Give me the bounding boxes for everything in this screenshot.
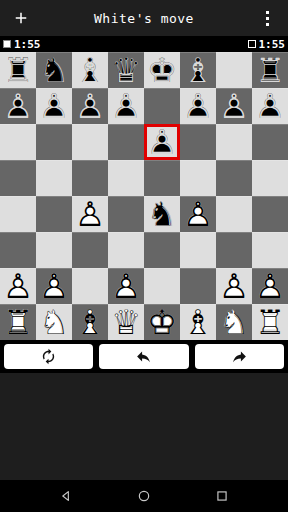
black-clock: 1:55: [248, 38, 286, 51]
control-bar: [0, 340, 288, 373]
black-bishop-piece: ♝♗: [180, 52, 216, 88]
square-a4[interactable]: [0, 196, 36, 232]
nav-home-button[interactable]: [137, 489, 151, 503]
black-pawn-piece: ♟♙: [36, 88, 72, 124]
square-b6[interactable]: [36, 124, 72, 160]
white-clock-time: 1:55: [14, 38, 41, 51]
black-bishop-piece: ♝♗: [72, 52, 108, 88]
square-g2[interactable]: ♟♙: [216, 268, 252, 304]
square-f6[interactable]: [180, 124, 216, 160]
black-pawn-piece: ♟♙: [0, 88, 36, 124]
back-triangle-icon: [59, 489, 73, 503]
black-pawn-piece: ♟♙: [72, 88, 108, 124]
square-h3[interactable]: [252, 232, 288, 268]
square-d1[interactable]: ♛♕: [108, 304, 144, 340]
square-h6[interactable]: [252, 124, 288, 160]
flip-board-button[interactable]: [4, 344, 93, 369]
page-title: White's move: [0, 11, 288, 26]
plus-icon: [12, 9, 30, 27]
black-pawn-piece: ♟♙: [252, 88, 288, 124]
square-h8[interactable]: ♜♖: [252, 52, 288, 88]
square-c5[interactable]: [72, 160, 108, 196]
white-queen-piece: ♛♕: [108, 304, 144, 340]
black-pawn-piece: ♟♙: [144, 124, 180, 160]
square-d6[interactable]: [108, 124, 144, 160]
black-pawn-piece: ♟♙: [216, 88, 252, 124]
square-h2[interactable]: ♟♙: [252, 268, 288, 304]
overflow-menu-icon: [266, 11, 269, 14]
square-g5[interactable]: [216, 160, 252, 196]
square-g1[interactable]: ♞♘: [216, 304, 252, 340]
square-e4[interactable]: ♞♘: [144, 196, 180, 232]
square-e5[interactable]: [144, 160, 180, 196]
square-d7[interactable]: ♟♙: [108, 88, 144, 124]
square-g6[interactable]: [216, 124, 252, 160]
white-bishop-piece: ♝♗: [72, 304, 108, 340]
black-rook-piece: ♜♖: [0, 52, 36, 88]
chess-board: ♜♖♞♘♝♗♛♕♚♔♝♗♜♖♟♙♟♙♟♙♟♙♟♙♟♙♟♙♟♙♟♙♞♘♟♙♟♙♟♙…: [0, 52, 288, 340]
android-nav-bar: [0, 480, 288, 512]
square-a8[interactable]: ♜♖: [0, 52, 36, 88]
square-f8[interactable]: ♝♗: [180, 52, 216, 88]
square-c1[interactable]: ♝♗: [72, 304, 108, 340]
white-pawn-piece: ♟♙: [0, 268, 36, 304]
white-pawn-piece: ♟♙: [108, 268, 144, 304]
black-clock-time: 1:55: [259, 38, 286, 51]
black-queen-piece: ♛♕: [108, 52, 144, 88]
recents-square-icon: [215, 489, 229, 503]
square-c3[interactable]: [72, 232, 108, 268]
square-e6[interactable]: ♟♙: [144, 124, 180, 160]
white-knight-piece: ♞♘: [36, 304, 72, 340]
white-rook-piece: ♜♖: [252, 304, 288, 340]
white-knight-piece: ♞♘: [216, 304, 252, 340]
white-pawn-piece: ♟♙: [36, 268, 72, 304]
square-e1[interactable]: ♚♔: [144, 304, 180, 340]
square-e8[interactable]: ♚♔: [144, 52, 180, 88]
nav-back-button[interactable]: [59, 489, 73, 503]
overflow-menu-button[interactable]: [256, 11, 278, 26]
square-g8[interactable]: [216, 52, 252, 88]
square-a7[interactable]: ♟♙: [0, 88, 36, 124]
square-f3[interactable]: [180, 232, 216, 268]
square-d2[interactable]: ♟♙: [108, 268, 144, 304]
square-b4[interactable]: [36, 196, 72, 232]
square-d5[interactable]: [108, 160, 144, 196]
square-f7[interactable]: ♟♙: [180, 88, 216, 124]
square-f2[interactable]: [180, 268, 216, 304]
redo-move-button[interactable]: [195, 344, 284, 369]
black-king-piece: ♚♔: [144, 52, 180, 88]
square-a3[interactable]: [0, 232, 36, 268]
redo-icon: [231, 348, 248, 365]
undo-icon: [135, 348, 152, 365]
square-c7[interactable]: ♟♙: [72, 88, 108, 124]
square-c4[interactable]: ♟♙: [72, 196, 108, 232]
nav-recents-button[interactable]: [215, 489, 229, 503]
black-rook-piece: ♜♖: [252, 52, 288, 88]
square-e2[interactable]: [144, 268, 180, 304]
black-knight-piece: ♞♘: [36, 52, 72, 88]
square-e7[interactable]: [144, 88, 180, 124]
square-d4[interactable]: [108, 196, 144, 232]
white-rook-piece: ♜♖: [0, 304, 36, 340]
new-game-button[interactable]: [10, 7, 32, 29]
black-pawn-piece: ♟♙: [108, 88, 144, 124]
app-bar: White's move: [0, 0, 288, 36]
white-pawn-piece: ♟♙: [216, 268, 252, 304]
square-a1[interactable]: ♜♖: [0, 304, 36, 340]
white-pawn-piece: ♟♙: [252, 268, 288, 304]
home-circle-icon: [137, 489, 151, 503]
square-b3[interactable]: [36, 232, 72, 268]
white-player-indicator-icon: [3, 40, 11, 48]
square-f5[interactable]: [180, 160, 216, 196]
white-king-piece: ♚♔: [144, 304, 180, 340]
white-pawn-piece: ♟♙: [72, 196, 108, 232]
square-h5[interactable]: [252, 160, 288, 196]
square-g7[interactable]: ♟♙: [216, 88, 252, 124]
square-c8[interactable]: ♝♗: [72, 52, 108, 88]
square-h4[interactable]: [252, 196, 288, 232]
square-a6[interactable]: [0, 124, 36, 160]
square-c6[interactable]: [72, 124, 108, 160]
square-d3[interactable]: [108, 232, 144, 268]
square-b8[interactable]: ♞♘: [36, 52, 72, 88]
black-knight-piece: ♞♘: [144, 196, 180, 232]
white-bishop-piece: ♝♗: [180, 304, 216, 340]
square-g4[interactable]: [216, 196, 252, 232]
square-d8[interactable]: ♛♕: [108, 52, 144, 88]
square-c2[interactable]: [72, 268, 108, 304]
square-e3[interactable]: [144, 232, 180, 268]
square-b7[interactable]: ♟♙: [36, 88, 72, 124]
square-b1[interactable]: ♞♘: [36, 304, 72, 340]
square-b2[interactable]: ♟♙: [36, 268, 72, 304]
app-background: [0, 373, 288, 480]
white-pawn-piece: ♟♙: [180, 196, 216, 232]
sync-icon: [40, 348, 57, 365]
chess-app-screen: White's move 1:55 1:55 ♜♖♞♘♝♗♛♕♚♔♝♗♜♖♟♙♟…: [0, 0, 288, 512]
square-h1[interactable]: ♜♖: [252, 304, 288, 340]
square-f1[interactable]: ♝♗: [180, 304, 216, 340]
square-h7[interactable]: ♟♙: [252, 88, 288, 124]
black-player-indicator-icon: [248, 40, 256, 48]
square-b5[interactable]: [36, 160, 72, 196]
undo-move-button[interactable]: [99, 344, 188, 369]
square-f4[interactable]: ♟♙: [180, 196, 216, 232]
square-g3[interactable]: [216, 232, 252, 268]
square-a5[interactable]: [0, 160, 36, 196]
square-a2[interactable]: ♟♙: [0, 268, 36, 304]
white-clock: 1:55: [3, 38, 41, 51]
black-pawn-piece: ♟♙: [180, 88, 216, 124]
